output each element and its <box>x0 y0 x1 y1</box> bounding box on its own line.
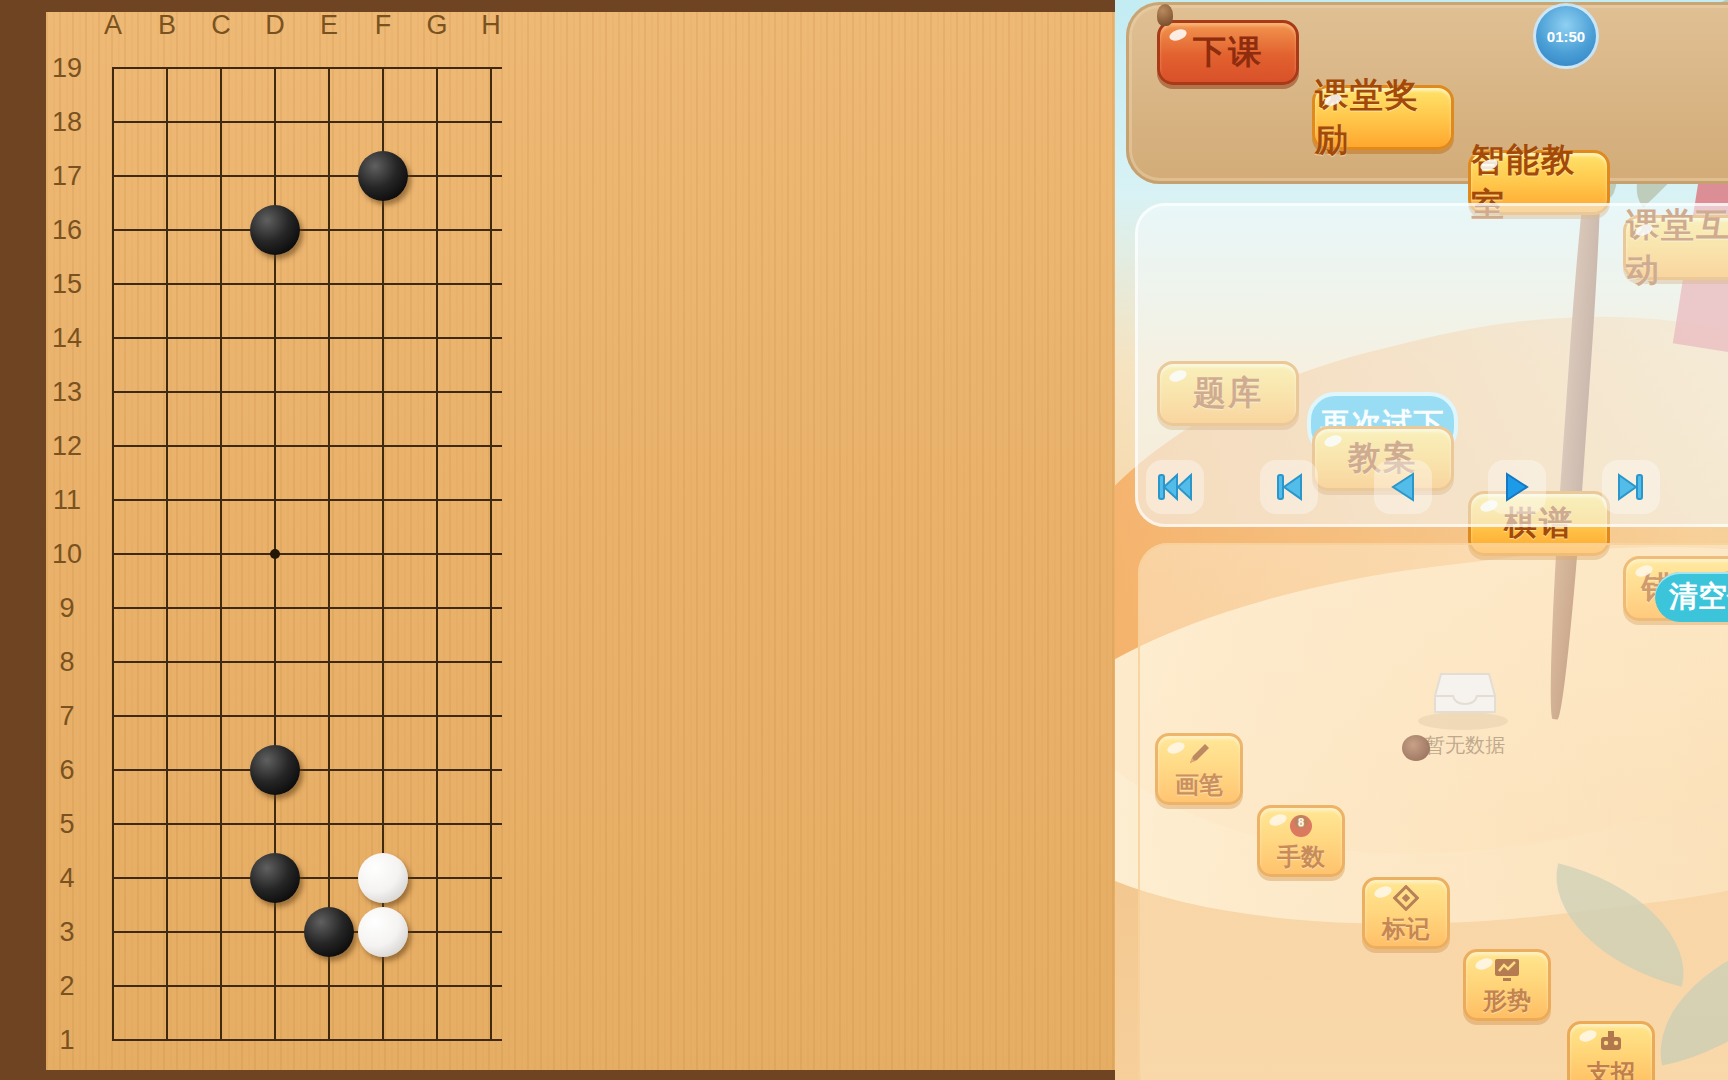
row-label: 11 <box>46 485 88 516</box>
homework-panel <box>1138 543 1728 1080</box>
stone-black-E3[interactable] <box>304 907 354 957</box>
skip-to-start-button[interactable] <box>1146 460 1204 514</box>
col-label: B <box>147 10 187 41</box>
row-label: 15 <box>46 269 88 300</box>
step-back-to-start-icon <box>1272 470 1306 504</box>
row-label: 13 <box>46 377 88 408</box>
class-reward-label: 课堂奖励 <box>1315 73 1451 163</box>
stone-black-D16[interactable] <box>250 205 300 255</box>
step-back-button[interactable] <box>1374 460 1432 514</box>
row-label: 2 <box>46 971 88 1002</box>
step-back-icon <box>1388 470 1418 504</box>
empty-state: 暂无数据 <box>1395 668 1535 759</box>
clear-example-label: 清空例题 <box>1669 577 1728 617</box>
star-point <box>270 549 280 559</box>
play-forward-icon <box>1502 470 1532 504</box>
col-label: D <box>255 10 295 41</box>
play-forward-button[interactable] <box>1488 460 1546 514</box>
row-label: 7 <box>46 701 88 732</box>
row-label: 19 <box>46 53 88 84</box>
class-reward-button[interactable]: 课堂奖励 <box>1312 85 1454 150</box>
row-label: 9 <box>46 593 88 624</box>
row-label: 14 <box>46 323 88 354</box>
row-label: 6 <box>46 755 88 786</box>
col-label: C <box>201 10 241 41</box>
skip-to-start-icon <box>1155 470 1195 504</box>
row-label: 17 <box>46 161 88 192</box>
row-label: 10 <box>46 539 88 570</box>
col-label: F <box>363 10 403 41</box>
row-label: 5 <box>46 809 88 840</box>
row-label: 18 <box>46 107 88 138</box>
row-label: 16 <box>46 215 88 246</box>
stone-black-D6[interactable] <box>250 745 300 795</box>
col-label: G <box>417 10 457 41</box>
stone-black-D4[interactable] <box>250 853 300 903</box>
row-label: 12 <box>46 431 88 462</box>
stone-white-F4[interactable] <box>358 853 408 903</box>
empty-state-text: 暂无数据 <box>1395 732 1535 759</box>
row-label: 1 <box>46 1025 88 1056</box>
skip-to-end-button[interactable] <box>1602 460 1660 514</box>
end-class-button[interactable]: 下课 <box>1157 20 1299 85</box>
step-back-to-start-button[interactable] <box>1260 460 1318 514</box>
row-label: 4 <box>46 863 88 894</box>
skip-to-end-icon <box>1614 470 1648 504</box>
stone-white-F3[interactable] <box>358 907 408 957</box>
timer-value: 01:50 <box>1547 28 1585 45</box>
pushpin-icon <box>1157 4 1173 26</box>
class-timer-badge[interactable]: 01:50 <box>1533 3 1599 69</box>
stone-black-F17[interactable] <box>358 151 408 201</box>
end-class-label: 下课 <box>1193 30 1263 75</box>
empty-tray-icon <box>1433 668 1497 718</box>
row-label: 3 <box>46 917 88 948</box>
col-label: A <box>93 10 133 41</box>
col-label: E <box>309 10 349 41</box>
clear-example-button[interactable]: 清空例题 <box>1655 572 1728 622</box>
row-label: 8 <box>46 647 88 678</box>
